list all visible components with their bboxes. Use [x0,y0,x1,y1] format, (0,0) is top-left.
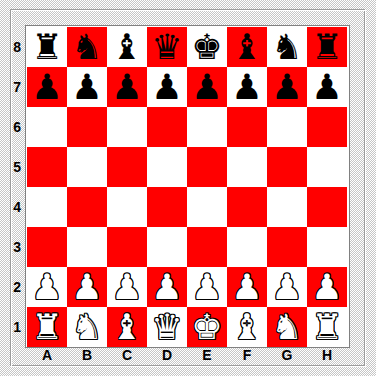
piece-black-bishop[interactable]: ♝ [111,27,142,67]
piece-white-knight[interactable]: ♞ [271,307,302,347]
square-b2[interactable]: ♟ [67,267,107,307]
piece-white-pawn[interactable]: ♟ [231,267,262,307]
square-f7[interactable]: ♟ [227,67,267,107]
square-d7[interactable]: ♟ [147,67,187,107]
file-label-a: A [27,348,67,363]
square-g2[interactable]: ♟ [267,267,307,307]
square-d8[interactable]: ♛ [147,27,187,67]
square-h3[interactable] [307,227,347,267]
square-g6[interactable] [267,107,307,147]
file-label-h: H [307,348,347,363]
square-d4[interactable] [147,187,187,227]
board-panel: ♜♞♝♛♚♝♞♜♟♟♟♟♟♟♟♟♟♟♟♟♟♟♟♟♜♞♝♛♚♝♞♜ [25,25,350,348]
piece-white-knight[interactable]: ♞ [71,307,102,347]
piece-black-bishop[interactable]: ♝ [231,27,262,67]
square-c5[interactable] [107,147,147,187]
square-f3[interactable] [227,227,267,267]
file-label-c: C [107,348,147,363]
file-label-e: E [187,348,227,363]
rank-label-7: 7 [0,67,22,107]
rank-label-6: 6 [0,107,22,147]
square-c6[interactable] [107,107,147,147]
square-b7[interactable]: ♟ [67,67,107,107]
square-f4[interactable] [227,187,267,227]
piece-black-knight[interactable]: ♞ [271,27,302,67]
square-f8[interactable]: ♝ [227,27,267,67]
file-label-b: B [67,348,107,363]
piece-black-pawn[interactable]: ♟ [31,67,62,107]
piece-white-bishop[interactable]: ♝ [231,307,262,347]
square-e6[interactable] [187,107,227,147]
square-a8[interactable]: ♜ [27,27,67,67]
square-e4[interactable] [187,187,227,227]
square-c2[interactable]: ♟ [107,267,147,307]
square-c7[interactable]: ♟ [107,67,147,107]
rank-label-5: 5 [0,147,22,187]
square-d6[interactable] [147,107,187,147]
square-h7[interactable]: ♟ [307,67,347,107]
square-f6[interactable] [227,107,267,147]
square-g5[interactable] [267,147,307,187]
square-e7[interactable]: ♟ [187,67,227,107]
rank-label-8: 8 [0,27,22,67]
piece-white-bishop[interactable]: ♝ [111,307,142,347]
piece-white-pawn[interactable]: ♟ [111,267,142,307]
square-g3[interactable] [267,227,307,267]
piece-white-pawn[interactable]: ♟ [71,267,102,307]
square-e1[interactable]: ♚ [187,307,227,347]
file-label-f: F [227,348,267,363]
square-b6[interactable] [67,107,107,147]
square-g7[interactable]: ♟ [267,67,307,107]
piece-black-rook[interactable]: ♜ [311,27,342,67]
square-d1[interactable]: ♛ [147,307,187,347]
square-c8[interactable]: ♝ [107,27,147,67]
square-a6[interactable] [27,107,67,147]
square-f1[interactable]: ♝ [227,307,267,347]
rank-labels: 87654321 [0,27,22,347]
square-g8[interactable]: ♞ [267,27,307,67]
piece-black-pawn[interactable]: ♟ [71,67,102,107]
square-e3[interactable] [187,227,227,267]
square-a5[interactable] [27,147,67,187]
rank-label-1: 1 [0,307,22,347]
square-d3[interactable] [147,227,187,267]
square-f2[interactable]: ♟ [227,267,267,307]
square-h2[interactable]: ♟ [307,267,347,307]
square-a2[interactable]: ♟ [27,267,67,307]
square-a1[interactable]: ♜ [27,307,67,347]
board: ♜♞♝♛♚♝♞♜♟♟♟♟♟♟♟♟♟♟♟♟♟♟♟♟♜♞♝♛♚♝♞♜ [27,27,347,347]
square-h1[interactable]: ♜ [307,307,347,347]
piece-white-pawn[interactable]: ♟ [271,267,302,307]
piece-black-knight[interactable]: ♞ [71,27,102,67]
piece-white-pawn[interactable]: ♟ [151,267,182,307]
rank-label-4: 4 [0,187,22,227]
square-f5[interactable] [227,147,267,187]
piece-black-pawn[interactable]: ♟ [111,67,142,107]
file-labels: ABCDEFGH [27,348,347,363]
piece-black-pawn[interactable]: ♟ [271,67,302,107]
rank-label-2: 2 [0,267,22,307]
square-c1[interactable]: ♝ [107,307,147,347]
piece-white-pawn[interactable]: ♟ [31,267,62,307]
file-label-g: G [267,348,307,363]
piece-white-pawn[interactable]: ♟ [311,267,342,307]
piece-black-pawn[interactable]: ♟ [311,67,342,107]
square-g4[interactable] [267,187,307,227]
piece-white-queen[interactable]: ♛ [151,307,182,347]
piece-black-pawn[interactable]: ♟ [231,67,262,107]
piece-black-pawn[interactable]: ♟ [151,67,182,107]
square-h6[interactable] [307,107,347,147]
desktop-background: { "game": "chess", "position": { "fen": … [0,0,376,376]
rank-label-3: 3 [0,227,22,267]
square-d5[interactable] [147,147,187,187]
piece-black-pawn[interactable]: ♟ [191,67,222,107]
piece-black-king[interactable]: ♚ [191,27,222,67]
piece-white-king[interactable]: ♚ [191,307,222,347]
square-g1[interactable]: ♞ [267,307,307,347]
square-e5[interactable] [187,147,227,187]
square-b3[interactable] [67,227,107,267]
square-e8[interactable]: ♚ [187,27,227,67]
square-a4[interactable] [27,187,67,227]
piece-white-rook[interactable]: ♜ [31,307,62,347]
piece-black-queen[interactable]: ♛ [151,27,182,67]
square-a7[interactable]: ♟ [27,67,67,107]
piece-black-rook[interactable]: ♜ [31,27,62,67]
square-h8[interactable]: ♜ [307,27,347,67]
square-b4[interactable] [67,187,107,227]
square-a3[interactable] [27,227,67,267]
square-c3[interactable] [107,227,147,267]
square-d2[interactable]: ♟ [147,267,187,307]
piece-white-rook[interactable]: ♜ [311,307,342,347]
square-b5[interactable] [67,147,107,187]
square-e2[interactable]: ♟ [187,267,227,307]
file-label-d: D [147,348,187,363]
square-h4[interactable] [307,187,347,227]
square-c4[interactable] [107,187,147,227]
square-h5[interactable] [307,147,347,187]
piece-white-pawn[interactable]: ♟ [191,267,222,307]
square-b1[interactable]: ♞ [67,307,107,347]
square-b8[interactable]: ♞ [67,27,107,67]
